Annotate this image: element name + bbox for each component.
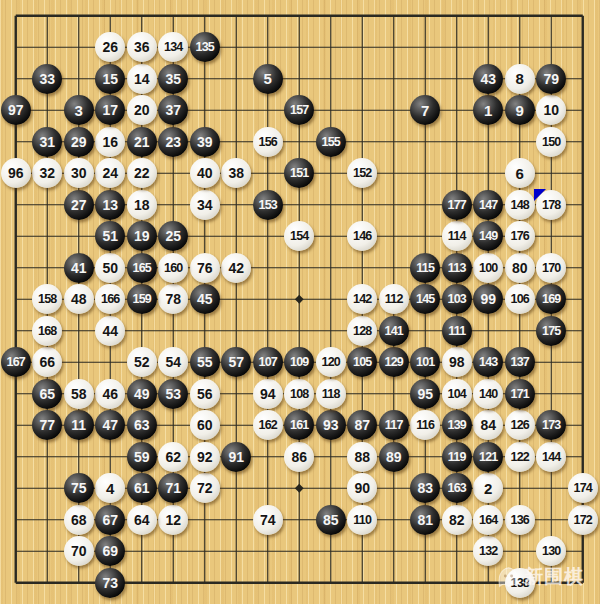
stone-108: 108 [284, 379, 314, 409]
stone-22: 22 [127, 158, 157, 188]
stone-55: 55 [190, 347, 220, 377]
stone-156: 156 [253, 127, 283, 157]
stone-31: 31 [32, 127, 62, 157]
stone-61: 61 [127, 473, 157, 503]
stone-139: 139 [442, 410, 472, 440]
stone-128: 128 [347, 316, 377, 346]
stone-13: 13 [95, 190, 125, 220]
stone-147: 147 [473, 190, 503, 220]
stone-44: 44 [95, 316, 125, 346]
stone-117: 117 [379, 410, 409, 440]
stone-36: 36 [127, 32, 157, 62]
stone-153: 153 [253, 190, 283, 220]
stone-56: 56 [190, 379, 220, 409]
stone-14: 14 [127, 64, 157, 94]
stone-113: 113 [442, 253, 472, 283]
stone-118: 118 [316, 379, 346, 409]
watermark: 新围棋 [496, 564, 584, 590]
stone-107: 107 [253, 347, 283, 377]
stone-164: 164 [473, 505, 503, 535]
stone-174: 174 [568, 473, 598, 503]
stone-21: 21 [127, 127, 157, 157]
stone-159: 159 [127, 284, 157, 314]
stone-126: 126 [505, 410, 535, 440]
stone-9: 9 [505, 95, 535, 125]
stone-80: 80 [505, 253, 535, 283]
stone-162: 162 [253, 410, 283, 440]
stone-70: 70 [64, 536, 94, 566]
stone-121: 121 [473, 442, 503, 472]
stone-76: 76 [190, 253, 220, 283]
stone-29: 29 [64, 127, 94, 157]
stone-3: 3 [64, 95, 94, 125]
stone-60: 60 [190, 410, 220, 440]
stone-5: 5 [253, 64, 283, 94]
stone-50: 50 [95, 253, 125, 283]
stone-68: 68 [64, 505, 94, 535]
stone-40: 40 [190, 158, 220, 188]
stone-88: 88 [347, 442, 377, 472]
watermark-text: 新围棋 [524, 564, 584, 590]
stone-140: 140 [473, 379, 503, 409]
stone-49: 49 [127, 379, 157, 409]
go-board[interactable]: 1234567891011121314151617181920212223242… [0, 0, 599, 599]
stone-35: 35 [158, 64, 188, 94]
go-app-page: 1234567891011121314151617181920212223242… [0, 0, 600, 604]
stone-58: 58 [64, 379, 94, 409]
stone-89: 89 [379, 442, 409, 472]
stone-27: 27 [64, 190, 94, 220]
stone-53: 53 [158, 379, 188, 409]
stone-30: 30 [64, 158, 94, 188]
stone-111: 111 [442, 316, 472, 346]
stone-92: 92 [190, 442, 220, 472]
stone-104: 104 [442, 379, 472, 409]
stone-67: 67 [95, 505, 125, 535]
stone-144: 144 [536, 442, 566, 472]
stone-120: 120 [316, 347, 346, 377]
stone-72: 72 [190, 473, 220, 503]
stone-171: 171 [505, 379, 535, 409]
stone-93: 93 [316, 410, 346, 440]
stone-106: 106 [505, 284, 535, 314]
stone-165: 165 [127, 253, 157, 283]
stone-65: 65 [32, 379, 62, 409]
stone-33: 33 [32, 64, 62, 94]
stone-103: 103 [442, 284, 472, 314]
stone-97: 97 [1, 95, 31, 125]
stone-98: 98 [442, 347, 472, 377]
stone-59: 59 [127, 442, 157, 472]
stone-39: 39 [190, 127, 220, 157]
stone-12: 12 [158, 505, 188, 535]
stone-177: 177 [442, 190, 472, 220]
stone-100: 100 [473, 253, 503, 283]
stone-172: 172 [568, 505, 598, 535]
stone-96: 96 [1, 158, 31, 188]
stone-136: 136 [505, 505, 535, 535]
stone-79: 79 [536, 64, 566, 94]
stone-137: 137 [505, 347, 535, 377]
stone-114: 114 [442, 221, 472, 251]
stone-63: 63 [127, 410, 157, 440]
stone-160: 160 [158, 253, 188, 283]
stone-19: 19 [127, 221, 157, 251]
stone-20: 20 [127, 95, 157, 125]
stone-170: 170 [536, 253, 566, 283]
stone-45: 45 [190, 284, 220, 314]
stone-64: 64 [127, 505, 157, 535]
stone-119: 119 [442, 442, 472, 472]
stone-41: 41 [64, 253, 94, 283]
stone-15: 15 [95, 64, 125, 94]
stone-18: 18 [127, 190, 157, 220]
stone-8: 8 [505, 64, 535, 94]
stone-163: 163 [442, 473, 472, 503]
stone-74: 74 [253, 505, 283, 535]
stone-43: 43 [473, 64, 503, 94]
ghost-logo-icon [496, 565, 521, 590]
stone-148: 148 [505, 190, 535, 220]
stone-6: 6 [505, 158, 535, 188]
stone-46: 46 [95, 379, 125, 409]
stone-81: 81 [410, 505, 440, 535]
stone-115: 115 [410, 253, 440, 283]
stone-73: 73 [95, 568, 125, 598]
stone-155: 155 [316, 127, 346, 157]
stone-110: 110 [347, 505, 377, 535]
stone-16: 16 [95, 127, 125, 157]
stone-135: 135 [190, 32, 220, 62]
stone-85: 85 [316, 505, 346, 535]
stone-150: 150 [536, 127, 566, 157]
stone-112: 112 [379, 284, 409, 314]
stone-94: 94 [253, 379, 283, 409]
stone-86: 86 [284, 442, 314, 472]
stone-62: 62 [158, 442, 188, 472]
stone-129: 129 [379, 347, 409, 377]
last-move-marker [534, 189, 546, 201]
stone-75: 75 [64, 473, 94, 503]
stone-91: 91 [221, 442, 251, 472]
stone-52: 52 [127, 347, 157, 377]
stone-23: 23 [158, 127, 188, 157]
stone-48: 48 [64, 284, 94, 314]
stone-11: 11 [64, 410, 94, 440]
stone-167: 167 [1, 347, 31, 377]
stone-34: 34 [190, 190, 220, 220]
stone-176: 176 [505, 221, 535, 251]
stone-141: 141 [379, 316, 409, 346]
stone-122: 122 [505, 442, 535, 472]
stone-82: 82 [442, 505, 472, 535]
stone-95: 95 [410, 379, 440, 409]
stone-175: 175 [536, 316, 566, 346]
stone-42: 42 [221, 253, 251, 283]
stone-168: 168 [32, 316, 62, 346]
